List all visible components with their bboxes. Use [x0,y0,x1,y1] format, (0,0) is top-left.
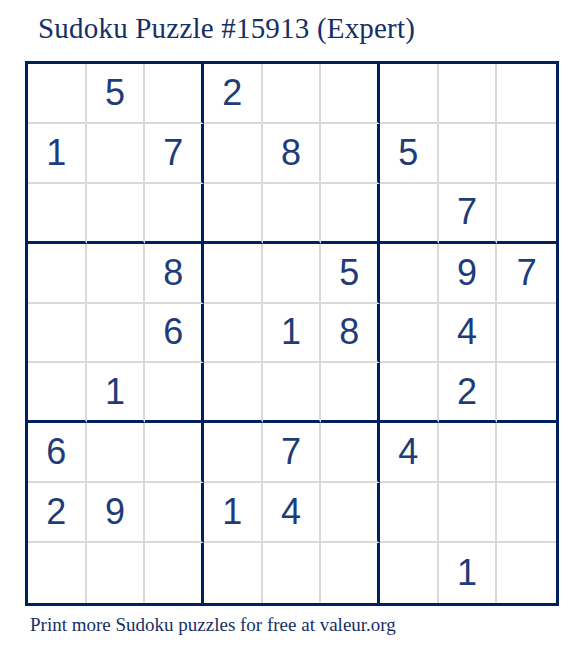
cell-r7c4[interactable] [204,423,263,483]
cell-r3c5[interactable] [263,184,322,244]
cell-r8c8[interactable] [439,483,498,543]
cell-r7c1[interactable]: 6 [28,423,87,483]
sudoku-board: 5217857859761841267429141 [25,61,559,606]
cell-r7c2[interactable] [87,423,146,483]
cell-r4c8[interactable]: 9 [439,244,498,304]
cell-r5c4[interactable] [204,304,263,364]
cell-r3c7[interactable] [380,184,439,244]
cell-r1c9[interactable] [497,64,556,124]
cell-r3c2[interactable] [87,184,146,244]
cell-r5c6[interactable]: 8 [321,304,380,364]
cell-r4c3[interactable]: 8 [145,244,204,304]
cell-r3c3[interactable] [145,184,204,244]
cell-r2c9[interactable] [497,124,556,184]
cell-r9c3[interactable] [145,543,204,603]
cell-r1c8[interactable] [439,64,498,124]
cell-r6c6[interactable] [321,363,380,423]
cell-r2c8[interactable] [439,124,498,184]
cell-r8c2[interactable]: 9 [87,483,146,543]
cell-r2c5[interactable]: 8 [263,124,322,184]
cell-r7c5[interactable]: 7 [263,423,322,483]
cell-r9c9[interactable] [497,543,556,603]
cell-r3c9[interactable] [497,184,556,244]
cell-r8c6[interactable] [321,483,380,543]
cell-r4c7[interactable] [380,244,439,304]
footer-text: Print more Sudoku puzzles for free at va… [30,614,396,636]
cell-r2c1[interactable]: 1 [28,124,87,184]
cell-r1c5[interactable] [263,64,322,124]
cell-r7c7[interactable]: 4 [380,423,439,483]
cell-r2c4[interactable] [204,124,263,184]
cell-r1c7[interactable] [380,64,439,124]
cell-r9c7[interactable] [380,543,439,603]
cell-r4c9[interactable]: 7 [497,244,556,304]
cell-r1c4[interactable]: 2 [204,64,263,124]
cell-r2c6[interactable] [321,124,380,184]
cell-r3c8[interactable]: 7 [439,184,498,244]
cell-r6c2[interactable]: 1 [87,363,146,423]
cell-r4c2[interactable] [87,244,146,304]
cell-r2c3[interactable]: 7 [145,124,204,184]
cell-r9c5[interactable] [263,543,322,603]
cell-r5c3[interactable]: 6 [145,304,204,364]
cell-r6c4[interactable] [204,363,263,423]
cell-r9c1[interactable] [28,543,87,603]
cell-r8c9[interactable] [497,483,556,543]
cell-r4c1[interactable] [28,244,87,304]
cell-r2c7[interactable]: 5 [380,124,439,184]
cell-r8c3[interactable] [145,483,204,543]
cell-r7c6[interactable] [321,423,380,483]
cell-r7c3[interactable] [145,423,204,483]
cell-r7c8[interactable] [439,423,498,483]
cell-r9c6[interactable] [321,543,380,603]
cell-r4c6[interactable]: 5 [321,244,380,304]
cell-r3c6[interactable] [321,184,380,244]
cell-r9c2[interactable] [87,543,146,603]
cell-r8c4[interactable]: 1 [204,483,263,543]
cell-r8c7[interactable] [380,483,439,543]
cell-r9c4[interactable] [204,543,263,603]
cell-r5c7[interactable] [380,304,439,364]
cell-r9c8[interactable]: 1 [439,543,498,603]
cell-r6c9[interactable] [497,363,556,423]
cell-r5c1[interactable] [28,304,87,364]
cell-r5c9[interactable] [497,304,556,364]
cell-r6c1[interactable] [28,363,87,423]
cell-r8c5[interactable]: 4 [263,483,322,543]
cell-r6c7[interactable] [380,363,439,423]
cell-r1c1[interactable] [28,64,87,124]
cell-r4c4[interactable] [204,244,263,304]
cell-r3c1[interactable] [28,184,87,244]
cell-r8c1[interactable]: 2 [28,483,87,543]
cell-r4c5[interactable] [263,244,322,304]
cell-r6c5[interactable] [263,363,322,423]
cell-r3c4[interactable] [204,184,263,244]
cell-r6c8[interactable]: 2 [439,363,498,423]
cell-r6c3[interactable] [145,363,204,423]
page-title: Sudoku Puzzle #15913 (Expert) [38,12,415,45]
cell-r5c5[interactable]: 1 [263,304,322,364]
cell-r5c2[interactable] [87,304,146,364]
cell-r1c2[interactable]: 5 [87,64,146,124]
cell-r2c2[interactable] [87,124,146,184]
cell-r1c6[interactable] [321,64,380,124]
cell-r5c8[interactable]: 4 [439,304,498,364]
cell-r1c3[interactable] [145,64,204,124]
cell-r7c9[interactable] [497,423,556,483]
